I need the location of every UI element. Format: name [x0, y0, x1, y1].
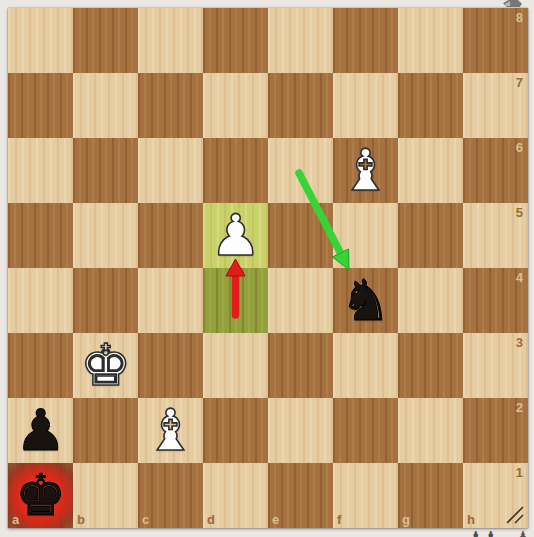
square-e3[interactable] — [268, 333, 333, 398]
square-d3[interactable] — [203, 333, 268, 398]
square-a6[interactable] — [8, 138, 73, 203]
square-f8[interactable] — [333, 8, 398, 73]
square-g5[interactable] — [398, 203, 463, 268]
square-e6[interactable] — [268, 138, 333, 203]
file-label-c: c — [142, 513, 149, 526]
rank-label-4: 4 — [516, 271, 523, 284]
rank-label-2: 2 — [516, 401, 523, 414]
captured-pawn-icon: ♟ — [469, 530, 482, 537]
square-g2[interactable] — [398, 398, 463, 463]
file-label-b: b — [77, 513, 85, 526]
file-label-e: e — [272, 513, 279, 526]
file-label-h: h — [467, 513, 475, 526]
square-a4[interactable] — [8, 268, 73, 333]
square-d6[interactable] — [203, 138, 268, 203]
square-b8[interactable] — [73, 8, 138, 73]
chess-app-page: 87♝6♟5♞4♚3♟♝2♚abcdefg1h ♟ ♟ ♟ — [0, 0, 534, 537]
rank-label-3: 3 — [516, 336, 523, 349]
square-b3[interactable]: ♚ — [73, 333, 138, 398]
square-e7[interactable] — [268, 73, 333, 138]
white-king[interactable]: ♚ — [73, 333, 138, 398]
square-b7[interactable] — [73, 73, 138, 138]
file-label-f: f — [337, 513, 341, 526]
square-g7[interactable] — [398, 73, 463, 138]
square-h4[interactable]: 4 — [463, 268, 528, 333]
square-c5[interactable] — [138, 203, 203, 268]
square-h3[interactable]: 3 — [463, 333, 528, 398]
square-c4[interactable] — [138, 268, 203, 333]
square-c6[interactable] — [138, 138, 203, 203]
board-resize-handle[interactable] — [504, 504, 526, 526]
chess-board[interactable]: 87♝6♟5♞4♚3♟♝2♚abcdefg1h — [8, 8, 528, 528]
square-a8[interactable] — [8, 8, 73, 73]
square-e5[interactable] — [268, 203, 333, 268]
rank-label-5: 5 — [516, 206, 523, 219]
square-c1[interactable]: c — [138, 463, 203, 528]
black-pawn[interactable]: ♟ — [8, 398, 73, 463]
square-a5[interactable] — [8, 203, 73, 268]
square-a1[interactable]: ♚a — [8, 463, 73, 528]
square-b5[interactable] — [73, 203, 138, 268]
square-b6[interactable] — [73, 138, 138, 203]
square-b2[interactable] — [73, 398, 138, 463]
square-c3[interactable] — [138, 333, 203, 398]
captured-pieces-tray: ♟ ♟ ♟ — [464, 530, 534, 537]
square-e4[interactable] — [268, 268, 333, 333]
square-f7[interactable] — [333, 73, 398, 138]
square-d4[interactable] — [203, 268, 268, 333]
square-h6[interactable]: 6 — [463, 138, 528, 203]
square-d1[interactable]: d — [203, 463, 268, 528]
captured-piece-icon: ♟ — [518, 530, 528, 537]
square-f2[interactable] — [333, 398, 398, 463]
rank-label-6: 6 — [516, 141, 523, 154]
square-e8[interactable] — [268, 8, 333, 73]
square-f3[interactable] — [333, 333, 398, 398]
black-knight[interactable]: ♞ — [333, 268, 398, 333]
square-b4[interactable] — [73, 268, 138, 333]
square-h5[interactable]: 5 — [463, 203, 528, 268]
square-a3[interactable] — [8, 333, 73, 398]
square-f5[interactable] — [333, 203, 398, 268]
square-f1[interactable]: f — [333, 463, 398, 528]
square-e1[interactable]: e — [268, 463, 333, 528]
square-g8[interactable] — [398, 8, 463, 73]
file-label-g: g — [402, 513, 410, 526]
square-c8[interactable] — [138, 8, 203, 73]
square-a7[interactable] — [8, 73, 73, 138]
file-label-d: d — [207, 513, 215, 526]
square-d7[interactable] — [203, 73, 268, 138]
square-g4[interactable] — [398, 268, 463, 333]
square-f6[interactable]: ♝ — [333, 138, 398, 203]
square-g1[interactable]: g — [398, 463, 463, 528]
rank-label-1: 1 — [516, 466, 523, 479]
file-label-a: a — [12, 513, 19, 526]
square-d8[interactable] — [203, 8, 268, 73]
white-pawn[interactable]: ♟ — [203, 203, 268, 268]
rank-label-8: 8 — [516, 11, 523, 24]
square-d2[interactable] — [203, 398, 268, 463]
white-bishop[interactable]: ♝ — [138, 398, 203, 463]
square-h2[interactable]: 2 — [463, 398, 528, 463]
square-d5[interactable]: ♟ — [203, 203, 268, 268]
square-g6[interactable] — [398, 138, 463, 203]
square-e2[interactable] — [268, 398, 333, 463]
square-a2[interactable]: ♟ — [8, 398, 73, 463]
cursor-icon-fragment — [503, 0, 522, 7]
square-g3[interactable] — [398, 333, 463, 398]
rank-label-7: 7 — [516, 76, 523, 89]
captured-pawn-icon: ♟ — [484, 530, 497, 537]
square-h7[interactable]: 7 — [463, 73, 528, 138]
white-bishop[interactable]: ♝ — [333, 138, 398, 203]
square-c2[interactable]: ♝ — [138, 398, 203, 463]
square-f4[interactable]: ♞ — [333, 268, 398, 333]
square-h8[interactable]: 8 — [463, 8, 528, 73]
square-c7[interactable] — [138, 73, 203, 138]
square-b1[interactable]: b — [73, 463, 138, 528]
